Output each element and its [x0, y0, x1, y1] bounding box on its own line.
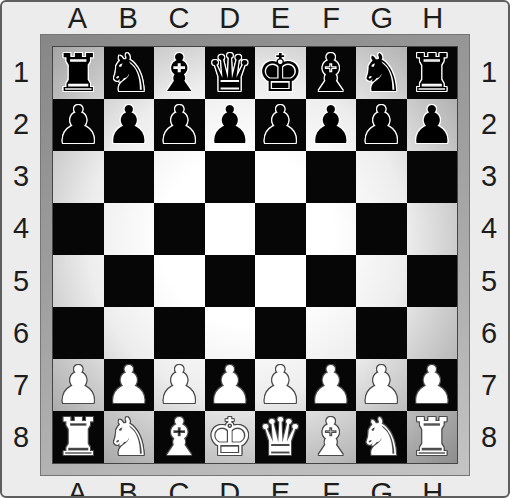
square-g5[interactable]	[356, 255, 407, 307]
rank-label-1-left: 1	[2, 46, 40, 98]
white-pawn-c7[interactable]: ♟	[156, 359, 203, 411]
square-h7[interactable]: ♟	[407, 359, 458, 411]
square-d7[interactable]: ♟	[205, 359, 256, 411]
square-g7[interactable]: ♟	[356, 359, 407, 411]
black-knight-b1[interactable]: ♞	[105, 47, 152, 99]
rank-label-8-right: 8	[470, 412, 508, 464]
file-label-f-bottom: F	[306, 476, 357, 498]
square-b8[interactable]: ♞	[104, 411, 155, 463]
white-queen-e8[interactable]: ♛	[257, 411, 304, 463]
black-rook-h1[interactable]: ♜	[408, 47, 455, 99]
rank-label-7-right: 7	[470, 360, 508, 412]
square-b2[interactable]: ♟	[104, 99, 155, 151]
rank-label-3-right: 3	[470, 151, 508, 203]
black-queen-d1[interactable]: ♛	[206, 47, 253, 99]
rank-label-2-left: 2	[2, 98, 40, 150]
square-e5[interactable]	[255, 255, 306, 307]
file-label-d-top: D	[204, 2, 255, 34]
white-bishop-c8[interactable]: ♝	[156, 411, 203, 463]
square-d4[interactable]	[205, 203, 256, 255]
black-pawn-a2[interactable]: ♟	[55, 99, 102, 151]
white-rook-a8[interactable]: ♜	[55, 411, 102, 463]
square-g1[interactable]: ♞	[356, 47, 407, 99]
square-f6[interactable]	[306, 307, 357, 359]
rank-label-6-right: 6	[470, 307, 508, 359]
black-rook-a1[interactable]: ♜	[55, 47, 102, 99]
file-label-a-top: A	[52, 2, 103, 34]
square-b6[interactable]	[104, 307, 155, 359]
chess-diagram: ABCDEFGH 12345678 ♜♞♝♛♚♝♞♜♟♟♟♟♟♟♟♟♟♟♟♟♟♟…	[0, 0, 510, 498]
square-f1[interactable]: ♝	[306, 47, 357, 99]
black-king-e1[interactable]: ♚	[257, 47, 304, 99]
square-h2[interactable]: ♟	[407, 99, 458, 151]
square-c7[interactable]: ♟	[154, 359, 205, 411]
rank-label-4-left: 4	[2, 203, 40, 255]
rank-label-2-right: 2	[470, 98, 508, 150]
square-a5[interactable]	[53, 255, 104, 307]
square-f4[interactable]	[306, 203, 357, 255]
square-b4[interactable]	[104, 203, 155, 255]
square-g4[interactable]	[356, 203, 407, 255]
square-c3[interactable]	[154, 151, 205, 203]
white-pawn-b7[interactable]: ♟	[105, 359, 152, 411]
square-d1[interactable]: ♛	[205, 47, 256, 99]
white-bishop-f8[interactable]: ♝	[307, 411, 354, 463]
file-labels-bottom: ABCDEFGH	[40, 476, 470, 498]
black-bishop-f1[interactable]: ♝	[307, 47, 354, 99]
square-e8[interactable]: ♛	[255, 411, 306, 463]
square-e1[interactable]: ♚	[255, 47, 306, 99]
square-c1[interactable]: ♝	[154, 47, 205, 99]
file-label-h-top: H	[407, 2, 458, 34]
square-f8[interactable]: ♝	[306, 411, 357, 463]
square-f7[interactable]: ♟	[306, 359, 357, 411]
file-label-f-top: F	[306, 2, 357, 34]
square-e2[interactable]: ♟	[255, 99, 306, 151]
square-c6[interactable]	[154, 307, 205, 359]
rank-label-1-right: 1	[470, 46, 508, 98]
square-h5[interactable]	[407, 255, 458, 307]
rank-labels-right: 12345678	[470, 34, 508, 476]
square-f5[interactable]	[306, 255, 357, 307]
square-h6[interactable]	[407, 307, 458, 359]
square-a3[interactable]	[53, 151, 104, 203]
board-frame: ♜♞♝♛♚♝♞♜♟♟♟♟♟♟♟♟♟♟♟♟♟♟♟♟♜♞♝♚♛♝♞♜	[40, 34, 470, 476]
square-b1[interactable]: ♞	[104, 47, 155, 99]
white-knight-b8[interactable]: ♞	[105, 411, 152, 463]
square-f3[interactable]	[306, 151, 357, 203]
square-e4[interactable]	[255, 203, 306, 255]
file-label-e-bottom: E	[255, 476, 306, 498]
square-d5[interactable]	[205, 255, 256, 307]
black-pawn-b2[interactable]: ♟	[105, 99, 152, 151]
rank-label-5-left: 5	[2, 255, 40, 307]
square-g3[interactable]	[356, 151, 407, 203]
square-d3[interactable]	[205, 151, 256, 203]
file-labels-top: ABCDEFGH	[40, 2, 470, 34]
square-h1[interactable]: ♜	[407, 47, 458, 99]
square-a7[interactable]: ♟	[53, 359, 104, 411]
square-e6[interactable]	[255, 307, 306, 359]
white-king-d8[interactable]: ♚	[206, 411, 253, 463]
square-d8[interactable]: ♚	[205, 411, 256, 463]
rank-label-4-right: 4	[470, 203, 508, 255]
file-label-h-bottom: H	[407, 476, 458, 498]
square-a6[interactable]	[53, 307, 104, 359]
square-b3[interactable]	[104, 151, 155, 203]
file-label-g-top: G	[357, 2, 408, 34]
file-label-g-bottom: G	[357, 476, 408, 498]
square-h8[interactable]: ♜	[407, 411, 458, 463]
file-label-a-bottom: A	[52, 476, 103, 498]
white-pawn-g7[interactable]: ♟	[358, 359, 405, 411]
black-knight-g1[interactable]: ♞	[358, 47, 405, 99]
square-c2[interactable]: ♟	[154, 99, 205, 151]
square-g6[interactable]	[356, 307, 407, 359]
rank-label-8-left: 8	[2, 412, 40, 464]
rank-label-7-left: 7	[2, 360, 40, 412]
white-pawn-d7[interactable]: ♟	[206, 359, 253, 411]
board-squares: ♜♞♝♛♚♝♞♜♟♟♟♟♟♟♟♟♟♟♟♟♟♟♟♟♜♞♝♚♛♝♞♜	[52, 46, 458, 464]
file-label-b-top: B	[103, 2, 154, 34]
square-e7[interactable]: ♟	[255, 359, 306, 411]
square-h4[interactable]	[407, 203, 458, 255]
black-pawn-c2[interactable]: ♟	[156, 99, 203, 151]
white-pawn-h7[interactable]: ♟	[408, 359, 455, 411]
black-pawn-f2[interactable]: ♟	[307, 99, 354, 151]
file-label-e-top: E	[255, 2, 306, 34]
file-label-b-bottom: B	[103, 476, 154, 498]
square-g8[interactable]: ♞	[356, 411, 407, 463]
black-pawn-g2[interactable]: ♟	[358, 99, 405, 151]
file-label-d-bottom: D	[204, 476, 255, 498]
rank-labels-left: 12345678	[2, 34, 40, 476]
white-knight-g8[interactable]: ♞	[358, 411, 405, 463]
square-g2[interactable]: ♟	[356, 99, 407, 151]
black-pawn-d2[interactable]: ♟	[206, 99, 253, 151]
square-c4[interactable]	[154, 203, 205, 255]
rank-label-3-left: 3	[2, 151, 40, 203]
square-d6[interactable]	[205, 307, 256, 359]
black-bishop-c1[interactable]: ♝	[156, 47, 203, 99]
file-label-c-top: C	[154, 2, 205, 34]
white-pawn-e7[interactable]: ♟	[257, 359, 304, 411]
square-c5[interactable]	[154, 255, 205, 307]
black-pawn-e2[interactable]: ♟	[257, 99, 304, 151]
square-a4[interactable]	[53, 203, 104, 255]
square-a8[interactable]: ♜	[53, 411, 104, 463]
square-d2[interactable]: ♟	[205, 99, 256, 151]
file-label-c-bottom: C	[154, 476, 205, 498]
square-a1[interactable]: ♜	[53, 47, 104, 99]
rank-label-6-left: 6	[2, 307, 40, 359]
black-pawn-h2[interactable]: ♟	[408, 99, 455, 151]
square-e3[interactable]	[255, 151, 306, 203]
rank-label-5-right: 5	[470, 255, 508, 307]
square-b7[interactable]: ♟	[104, 359, 155, 411]
square-c8[interactable]: ♝	[154, 411, 205, 463]
white-rook-h8[interactable]: ♜	[408, 411, 455, 463]
square-f2[interactable]: ♟	[306, 99, 357, 151]
white-pawn-a7[interactable]: ♟	[55, 359, 102, 411]
square-h3[interactable]	[407, 151, 458, 203]
square-b5[interactable]	[104, 255, 155, 307]
white-pawn-f7[interactable]: ♟	[307, 359, 354, 411]
square-a2[interactable]: ♟	[53, 99, 104, 151]
